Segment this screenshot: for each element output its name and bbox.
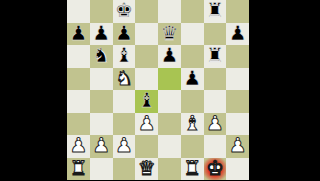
square-c6[interactable]: ♝ bbox=[113, 45, 136, 68]
square-a7[interactable]: ♟ bbox=[67, 23, 90, 46]
square-f2[interactable] bbox=[181, 135, 204, 158]
square-d2[interactable] bbox=[135, 135, 158, 158]
square-e4[interactable] bbox=[158, 90, 181, 113]
square-c1[interactable] bbox=[113, 158, 136, 181]
square-c2[interactable]: ♟ bbox=[113, 135, 136, 158]
square-b8[interactable] bbox=[90, 0, 113, 23]
square-b1[interactable] bbox=[90, 158, 113, 181]
piece-black-rook[interactable]: ♜ bbox=[206, 45, 224, 65]
square-h8[interactable] bbox=[226, 0, 249, 23]
square-g2[interactable] bbox=[204, 135, 227, 158]
square-a5[interactable] bbox=[67, 68, 90, 91]
square-c5[interactable]: ♞ bbox=[113, 68, 136, 91]
piece-white-rook[interactable]: ♜ bbox=[69, 158, 87, 178]
square-a3[interactable] bbox=[67, 113, 90, 136]
square-d1[interactable]: ♛ bbox=[135, 158, 158, 181]
letterbox-left bbox=[0, 0, 67, 180]
letterbox-right bbox=[249, 0, 320, 180]
square-f4[interactable] bbox=[181, 90, 204, 113]
piece-white-pawn[interactable]: ♟ bbox=[138, 113, 156, 133]
square-g5[interactable] bbox=[204, 68, 227, 91]
piece-black-king[interactable]: ♚ bbox=[115, 0, 133, 20]
square-b2[interactable]: ♟ bbox=[90, 135, 113, 158]
piece-black-knight[interactable]: ♞ bbox=[92, 45, 110, 65]
square-h6[interactable] bbox=[226, 45, 249, 68]
piece-black-bishop[interactable]: ♝ bbox=[138, 90, 156, 110]
square-e6[interactable]: ♟ bbox=[158, 45, 181, 68]
piece-black-pawn[interactable]: ♟ bbox=[160, 45, 178, 65]
square-h1[interactable] bbox=[226, 158, 249, 181]
square-c4[interactable] bbox=[113, 90, 136, 113]
square-f3[interactable]: ♝ bbox=[181, 113, 204, 136]
piece-black-pawn[interactable]: ♟ bbox=[229, 23, 247, 43]
square-e5[interactable] bbox=[158, 68, 181, 91]
square-d5[interactable] bbox=[135, 68, 158, 91]
square-g3[interactable]: ♟ bbox=[204, 113, 227, 136]
square-d7[interactable] bbox=[135, 23, 158, 46]
piece-black-pawn[interactable]: ♟ bbox=[92, 23, 110, 43]
square-f8[interactable] bbox=[181, 0, 204, 23]
square-b4[interactable] bbox=[90, 90, 113, 113]
square-b6[interactable]: ♞ bbox=[90, 45, 113, 68]
square-h5[interactable] bbox=[226, 68, 249, 91]
square-h7[interactable]: ♟ bbox=[226, 23, 249, 46]
piece-black-pawn[interactable]: ♟ bbox=[183, 68, 201, 88]
square-a2[interactable]: ♟ bbox=[67, 135, 90, 158]
square-a1[interactable]: ♜ bbox=[67, 158, 90, 181]
piece-black-rook[interactable]: ♜ bbox=[206, 0, 224, 20]
square-g6[interactable]: ♜ bbox=[204, 45, 227, 68]
piece-white-king[interactable]: ♚ bbox=[206, 158, 224, 178]
piece-black-queen[interactable]: ♛ bbox=[160, 23, 178, 43]
square-b7[interactable]: ♟ bbox=[90, 23, 113, 46]
square-d6[interactable] bbox=[135, 45, 158, 68]
piece-white-pawn[interactable]: ♟ bbox=[115, 135, 133, 155]
square-g4[interactable] bbox=[204, 90, 227, 113]
square-g1[interactable]: ♚ bbox=[204, 158, 227, 181]
square-g7[interactable] bbox=[204, 23, 227, 46]
piece-white-queen[interactable]: ♛ bbox=[138, 158, 156, 178]
square-b3[interactable] bbox=[90, 113, 113, 136]
piece-black-pawn[interactable]: ♟ bbox=[115, 23, 133, 43]
square-e8[interactable] bbox=[158, 0, 181, 23]
square-d3[interactable]: ♟ bbox=[135, 113, 158, 136]
square-a4[interactable] bbox=[67, 90, 90, 113]
piece-white-pawn[interactable]: ♟ bbox=[206, 113, 224, 133]
piece-white-rook[interactable]: ♜ bbox=[183, 158, 201, 178]
square-h4[interactable] bbox=[226, 90, 249, 113]
piece-white-pawn[interactable]: ♟ bbox=[229, 135, 247, 155]
piece-white-knight[interactable]: ♞ bbox=[115, 68, 133, 88]
square-h2[interactable]: ♟ bbox=[226, 135, 249, 158]
piece-white-bishop[interactable]: ♝ bbox=[183, 113, 201, 133]
square-e1[interactable] bbox=[158, 158, 181, 181]
square-h3[interactable] bbox=[226, 113, 249, 136]
video-frame: ♚♜♟♟♟♛♟♞♝♟♜♞♟♝♟♝♟♟♟♟♟♜♛♜♚ bbox=[0, 0, 320, 180]
square-e2[interactable] bbox=[158, 135, 181, 158]
piece-white-pawn[interactable]: ♟ bbox=[69, 135, 87, 155]
square-d4[interactable]: ♝ bbox=[135, 90, 158, 113]
square-d8[interactable] bbox=[135, 0, 158, 23]
square-c3[interactable] bbox=[113, 113, 136, 136]
square-f5[interactable]: ♟ bbox=[181, 68, 204, 91]
square-c8[interactable]: ♚ bbox=[113, 0, 136, 23]
piece-black-pawn[interactable]: ♟ bbox=[69, 23, 87, 43]
square-e7[interactable]: ♛ bbox=[158, 23, 181, 46]
square-f6[interactable] bbox=[181, 45, 204, 68]
square-c7[interactable]: ♟ bbox=[113, 23, 136, 46]
square-b5[interactable] bbox=[90, 68, 113, 91]
piece-black-bishop[interactable]: ♝ bbox=[115, 45, 133, 65]
square-a8[interactable] bbox=[67, 0, 90, 23]
square-f7[interactable] bbox=[181, 23, 204, 46]
chess-board: ♚♜♟♟♟♛♟♞♝♟♜♞♟♝♟♝♟♟♟♟♟♜♛♜♚ bbox=[67, 0, 249, 180]
piece-white-pawn[interactable]: ♟ bbox=[92, 135, 110, 155]
square-e3[interactable] bbox=[158, 113, 181, 136]
square-f1[interactable]: ♜ bbox=[181, 158, 204, 181]
square-g8[interactable]: ♜ bbox=[204, 0, 227, 23]
square-a6[interactable] bbox=[67, 45, 90, 68]
